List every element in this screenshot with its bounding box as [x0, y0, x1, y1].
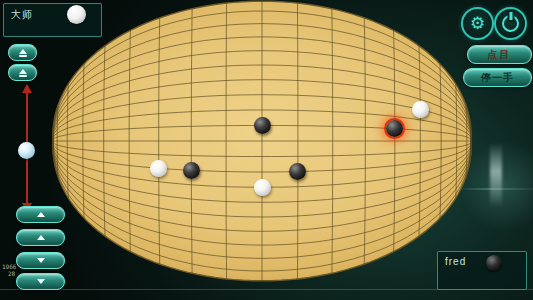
black-player-name: fred	[445, 256, 466, 267]
count-territory-label: 点目	[488, 48, 512, 62]
view-up-button-2[interactable]	[16, 229, 65, 246]
power-button[interactable]	[494, 7, 527, 40]
debug-line-1: 1966	[2, 263, 16, 270]
pass-label: 停一手	[481, 71, 514, 85]
debug-text: 1966 28	[2, 263, 16, 277]
view-down-button-2[interactable]	[16, 273, 65, 290]
pass-button[interactable]: 停一手	[463, 68, 532, 87]
nav-prev-move-button[interactable]	[8, 64, 37, 81]
power-icon	[502, 15, 519, 32]
white-player-name: 大师	[11, 8, 33, 22]
white-player-panel: 大师	[3, 3, 102, 37]
up-triangle-icon	[37, 212, 45, 217]
white-stone-icon	[67, 5, 86, 24]
view-up-button-1[interactable]	[16, 206, 65, 223]
move-slider-handle[interactable]	[18, 142, 35, 159]
view-down-button-1[interactable]	[16, 252, 65, 269]
black-player-panel: fred	[437, 251, 527, 290]
up-bar-icon	[19, 69, 27, 74]
app-window: 大师 fred ⚙ 点目 停一手 1966 28	[0, 0, 533, 300]
gear-icon: ⚙	[470, 15, 485, 32]
black-stone-icon	[486, 255, 502, 271]
nav-first-move-button[interactable]	[8, 44, 37, 61]
down-triangle-icon	[37, 279, 45, 284]
debug-line-2: 28	[8, 270, 16, 277]
up-bar-icon	[19, 49, 27, 54]
settings-button[interactable]: ⚙	[461, 7, 494, 40]
count-territory-button[interactable]: 点目	[467, 45, 532, 64]
down-triangle-icon	[37, 258, 45, 263]
up-triangle-icon	[37, 235, 45, 240]
